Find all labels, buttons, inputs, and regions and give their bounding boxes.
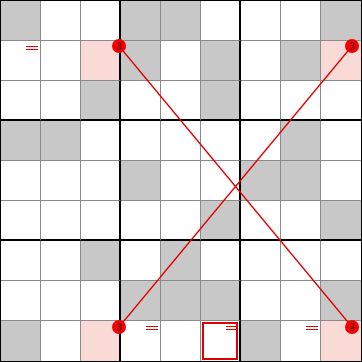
candidate-7 [163,105,175,117]
candidate-1 [43,242,55,254]
candidate-7 [243,225,255,237]
given-digit [121,1,160,40]
cell-r7c1[interactable] [1,241,41,281]
candidate-5 [335,134,347,146]
cell-r1c5[interactable] [161,1,201,41]
cell-r7c2[interactable] [41,241,81,281]
pencilmarks [281,321,320,361]
cell-r5c9[interactable] [321,161,361,201]
pencilmarks [41,201,80,239]
pencilmarks [321,121,361,160]
candidate-7 [43,306,55,318]
pencilmarks [281,1,320,40]
candidate-7 [283,266,295,278]
pencilmarks [321,41,361,80]
cell-r2c4[interactable] [121,41,161,81]
pencilmarks [1,281,40,320]
cell-r8c4[interactable] [121,281,161,321]
cell-r3c2[interactable] [41,81,81,121]
cell-r9c5[interactable] [161,321,201,361]
cell-r5c1[interactable] [1,161,41,201]
pencilmarks [1,41,40,80]
given-digit [81,241,119,280]
candidate-5 [295,334,307,346]
cell-r4c5[interactable] [161,121,201,161]
cell-r1c9[interactable] [321,1,361,41]
cell-r3c4[interactable] [121,81,161,121]
eliminated-candidate-3 [26,42,38,54]
pencilmarks [121,201,160,239]
solved-digit [321,161,361,200]
pencilmarks [241,121,280,160]
candidate-1 [83,2,94,14]
candidate-1 [283,2,295,14]
cell-r7c5[interactable] [161,241,201,281]
cell-r2c9[interactable] [321,41,361,81]
cell-r6c2[interactable] [41,201,81,241]
cell-r1c6[interactable] [201,1,241,41]
candidate-4 [203,14,214,26]
cell-r8c6[interactable] [201,281,241,321]
candidate-4 [123,94,135,106]
candidate-3 [26,242,38,254]
cell-r7c6[interactable] [201,241,241,281]
cell-r1c7[interactable] [241,1,281,41]
cell-r1c8[interactable] [281,1,321,41]
candidate-3 [146,242,158,254]
pencilmarks [281,201,320,239]
given-digit [321,201,361,239]
candidate-5 [55,54,67,66]
candidate-8 [15,225,27,237]
solved-digit [161,201,200,239]
candidate-1 [323,242,335,254]
candidate-3 [306,82,318,94]
pencilmarks [41,281,80,320]
candidate-6 [66,294,78,306]
candidate-8 [55,306,67,318]
candidate-5 [55,94,67,106]
candidate-5 [335,334,347,346]
cell-r6c9[interactable] [321,201,361,241]
pencilmarks [41,241,80,280]
candidate-5 [295,94,307,106]
candidate-3 [306,242,318,254]
candidate-8 [94,225,105,237]
pencilmarks [81,121,119,160]
given-digit [321,1,361,40]
sudoku-grid [0,0,362,362]
candidate-7 [83,347,94,359]
cell-r5c7[interactable] [241,161,281,201]
given-digit [201,281,239,320]
pencilmarks [281,81,320,119]
cell-r7c4[interactable] [121,241,161,281]
cell-r9c4[interactable] [121,321,161,361]
candidate-4 [203,134,214,146]
cell-r2c8[interactable] [281,41,321,81]
pencilmarks [121,81,160,119]
pencilmarks [161,41,200,80]
candidate-5 [15,54,27,66]
pencilmarks [281,281,320,320]
eliminated-candidate-3 [146,322,158,334]
candidate-4 [3,54,15,66]
cell-r5c6[interactable] [201,161,241,201]
sudoku-board: 3333 [0,0,362,362]
candidate-4 [43,334,55,346]
pencilmarks [241,241,280,280]
candidate-9 [306,347,318,359]
candidate-7 [43,347,55,359]
cell-r9c6[interactable] [201,321,241,361]
pencilmarks [1,201,40,239]
candidate-1 [43,2,55,14]
candidate-6 [66,254,78,266]
candidate-7 [283,225,295,237]
candidate-2 [94,202,105,214]
candidate-9 [26,266,38,278]
candidate-1 [323,82,335,94]
candidate-6 [26,174,38,186]
cell-r5c3[interactable] [81,161,121,201]
given-digit [241,321,280,361]
given-digit [321,281,361,320]
cell-r4c1[interactable] [1,121,41,161]
pencilmarks [241,1,280,40]
solved-digit [161,121,200,160]
candidate-1 [83,282,94,294]
cell-r7c8[interactable] [281,241,321,281]
given-digit [201,41,239,80]
candidate-1 [243,82,255,94]
cell-r7c9[interactable] [321,241,361,281]
cell-r3c8[interactable] [281,81,321,121]
eliminated-candidate-3 [226,322,237,334]
candidate-4 [123,214,135,226]
solved-digit [161,321,200,361]
pencilmarks [41,161,80,200]
cell-r8c1[interactable] [1,281,41,321]
cell-r9c7[interactable] [241,321,281,361]
cell-r2c2[interactable] [41,41,81,81]
cell-r8c3[interactable] [81,281,121,321]
pencilmarks [81,1,119,40]
candidate-4 [43,214,55,226]
candidate-7 [43,225,55,237]
cell-r4c8[interactable] [281,121,321,161]
candidate-7 [243,146,255,158]
candidate-7 [323,66,335,78]
pencilmarks [41,1,80,40]
candidate-5 [15,174,27,186]
candidate-2 [55,82,67,94]
candidate-2 [255,242,267,254]
given-digit [1,1,40,40]
given-digit [161,1,200,40]
candidate-7 [243,306,255,318]
candidate-3 [306,282,318,294]
candidate-1 [283,202,295,214]
candidate-8 [15,306,27,318]
candidate-6 [306,334,318,346]
candidate-7 [123,347,135,359]
pencilmarks [41,81,80,119]
pencilmarks [241,81,280,119]
pencilmarks [81,201,119,239]
cell-r7c7[interactable] [241,241,281,281]
given-digit [241,161,280,200]
given-digit [81,81,119,119]
candidate-9 [66,66,78,78]
candidate-4 [123,134,135,146]
pencilmarks [241,201,280,239]
pencilmarks [121,321,160,361]
candidate-5 [15,94,27,106]
cell-r6c3[interactable] [81,201,121,241]
cell-r9c8[interactable] [281,321,321,361]
pencilmarks [201,321,239,361]
solved-digit [201,161,239,200]
cell-r6c7[interactable] [241,201,281,241]
solved-digit [201,241,239,280]
pencilmarks [161,81,200,119]
cell-r9c2[interactable] [41,321,81,361]
cell-r8c8[interactable] [281,281,321,321]
pencilmarks [81,281,119,320]
candidate-6 [306,294,318,306]
candidate-3 [26,82,38,94]
candidate-9 [266,266,278,278]
cell-r6c6[interactable] [201,201,241,241]
cell-r6c8[interactable] [281,201,321,241]
cell-r8c5[interactable] [161,281,201,321]
candidate-1 [243,202,255,214]
candidate-1 [283,282,295,294]
pencilmarks [121,241,160,280]
cell-r5c8[interactable] [281,161,321,201]
candidate-2 [255,2,267,14]
pencilmarks [81,41,119,80]
cell-r3c6[interactable] [201,81,241,121]
pencilmarks [81,321,119,361]
given-digit [121,281,160,320]
cell-r3c1[interactable] [1,81,41,121]
pencilmarks [241,281,280,320]
candidate-4 [43,54,55,66]
cell-r8c2[interactable] [41,281,81,321]
candidate-9 [26,66,38,78]
candidate-7 [283,306,295,318]
given-digit [281,161,320,200]
candidate-1 [243,282,255,294]
cell-r9c9[interactable] [321,321,361,361]
candidate-4 [243,14,255,26]
cell-r1c4[interactable] [121,1,161,41]
candidate-7 [243,105,255,117]
candidate-3 [226,2,237,14]
cell-r5c4[interactable] [121,161,161,201]
pencilmarks [121,121,160,160]
pencilmarks [281,241,320,280]
candidate-7 [283,105,295,117]
pencilmarks [41,321,80,361]
candidate-1 [283,82,295,94]
candidate-6 [226,134,237,146]
pencilmarks [1,241,40,280]
candidate-7 [83,146,94,158]
candidate-2 [255,82,267,94]
pencilmarks [321,241,361,280]
candidate-1 [243,242,255,254]
candidate-4 [3,214,15,226]
pencilmarks [41,41,80,80]
candidate-7 [323,146,335,158]
candidate-5 [255,94,267,106]
candidate-6 [146,334,158,346]
candidate-4 [83,134,94,146]
candidate-9 [266,225,278,237]
candidate-2 [94,2,105,14]
cell-r1c2[interactable] [41,1,81,41]
candidate-6 [66,334,78,346]
candidate-6 [306,254,318,266]
cell-r3c3[interactable] [81,81,121,121]
given-digit [121,41,160,80]
candidate-8 [55,225,67,237]
cell-r4c4[interactable] [121,121,161,161]
candidate-3 [306,2,318,14]
candidate-6 [26,254,38,266]
cell-r1c3[interactable] [81,1,121,41]
cell-r9c3[interactable] [81,321,121,361]
pencilmarks [201,121,239,160]
candidate-2 [335,242,347,254]
candidate-9 [66,347,78,359]
given-digit [201,81,239,119]
candidate-5 [255,14,267,26]
candidate-8 [55,105,67,117]
candidate-7 [283,347,295,359]
candidate-5 [175,54,187,66]
candidate-9 [66,266,78,278]
candidate-6 [226,334,237,346]
candidate-5 [55,14,67,26]
pencilmarks [321,321,361,361]
candidate-6 [146,134,158,146]
candidate-9 [306,266,318,278]
given-digit [281,121,320,160]
given-digit [1,321,40,361]
cell-r6c1[interactable] [1,201,41,241]
cell-r4c3[interactable] [81,121,121,161]
candidate-8 [94,306,105,318]
cell-r4c2[interactable] [41,121,81,161]
candidate-2 [55,2,67,14]
candidate-4 [243,94,255,106]
candidate-1 [43,82,55,94]
candidate-3 [26,282,38,294]
cell-r1c1[interactable] [1,1,41,41]
candidate-9 [266,146,278,158]
candidate-4 [83,54,94,66]
candidate-7 [123,266,135,278]
cell-r5c2[interactable] [41,161,81,201]
solved-digit [161,161,200,200]
candidate-6 [26,294,38,306]
eliminated-candidate-3 [306,322,318,334]
cell-r2c7[interactable] [241,41,281,81]
candidate-9 [146,146,158,158]
solved-digit [81,161,119,200]
candidate-5 [335,54,347,66]
given-digit [161,281,200,320]
cell-r2c5[interactable] [161,41,201,81]
cell-r4c6[interactable] [201,121,241,161]
cell-r4c7[interactable] [241,121,281,161]
cell-r6c4[interactable] [121,201,161,241]
candidate-1 [43,282,55,294]
pencilmarks [1,161,40,200]
candidate-9 [306,225,318,237]
cell-r3c7[interactable] [241,81,281,121]
cell-r8c9[interactable] [321,281,361,321]
candidate-2 [55,202,67,214]
solved-digit [241,41,280,80]
candidate-7 [243,266,255,278]
candidate-9 [146,225,158,237]
cell-r2c6[interactable] [201,41,241,81]
candidate-5 [255,134,267,146]
cell-r9c1[interactable] [1,321,41,361]
candidate-2 [335,82,347,94]
given-digit [281,41,320,80]
cell-r8c7[interactable] [241,281,281,321]
candidate-5 [55,174,67,186]
cell-r2c3[interactable] [81,41,121,81]
candidate-6 [66,174,78,186]
candidate-8 [15,105,27,117]
candidate-6 [146,254,158,266]
cell-r5c5[interactable] [161,161,201,201]
given-digit [1,121,40,160]
cell-r3c5[interactable] [161,81,201,121]
candidate-7 [163,66,175,78]
cell-r4c9[interactable] [321,121,361,161]
pencilmarks [1,81,40,119]
cell-r7c3[interactable] [81,241,121,281]
candidate-5 [295,14,307,26]
given-digit [41,121,80,160]
given-digit [121,161,160,200]
pencilmarks [201,1,239,40]
pencilmarks [321,81,361,119]
candidate-3 [146,82,158,94]
candidate-1 [243,2,255,14]
candidate-4 [83,334,94,346]
cell-r3c9[interactable] [321,81,361,121]
candidate-7 [43,266,55,278]
cell-r2c1[interactable] [1,41,41,81]
candidate-7 [323,347,335,359]
candidate-5 [175,94,187,106]
cell-r6c5[interactable] [161,201,201,241]
given-digit [161,241,200,280]
given-digit [201,201,239,239]
